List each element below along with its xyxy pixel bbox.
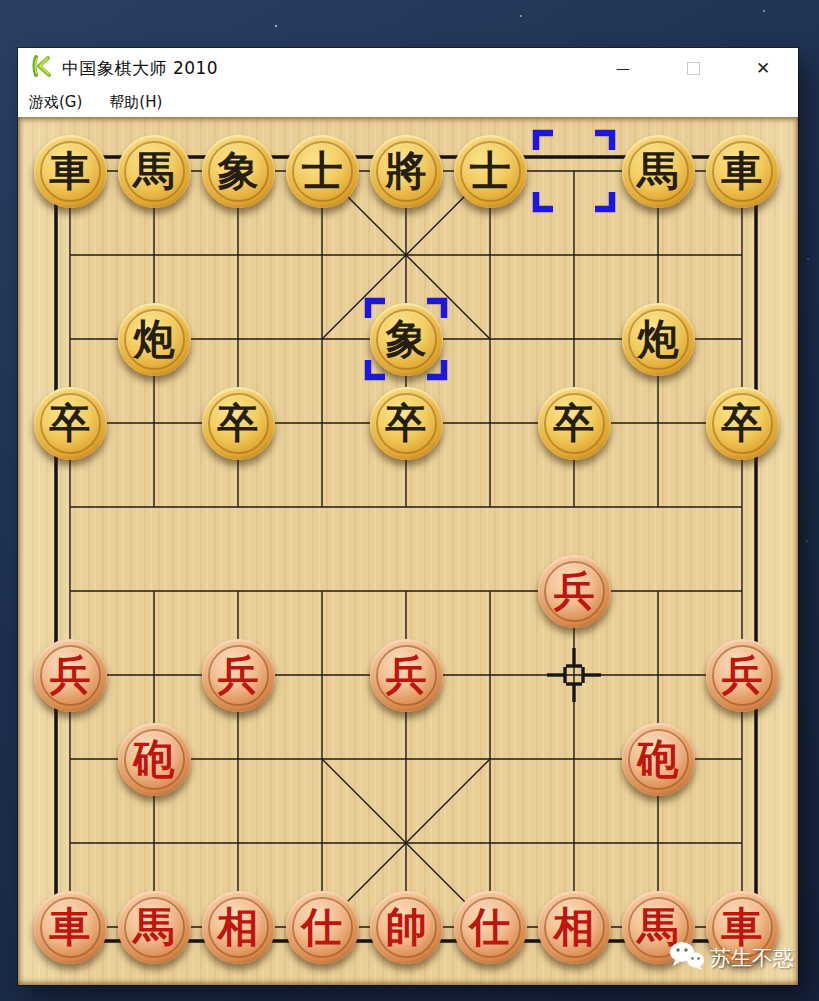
piece-red-horse[interactable]: 馬 [118, 891, 191, 964]
piece-red-elephant[interactable]: 相 [538, 891, 611, 964]
app-window: 中国象棋大师 2010 — ✕ 游戏(G) 帮助(H) [18, 48, 798, 985]
piece-black-soldier[interactable]: 卒 [538, 387, 611, 460]
menu-item-help[interactable]: 帮助(H) [109, 93, 162, 112]
maximize-button[interactable] [658, 48, 728, 88]
maximize-icon [687, 62, 700, 75]
piece-red-soldier[interactable]: 兵 [538, 555, 611, 628]
menu-item-game[interactable]: 游戏(G) [29, 93, 82, 112]
minimize-button[interactable]: — [588, 48, 658, 88]
piece-black-horse[interactable]: 馬 [118, 135, 191, 208]
piece-black-horse[interactable]: 馬 [622, 135, 695, 208]
board-grid [18, 117, 798, 985]
last-move-destination-marker [364, 297, 448, 385]
piece-red-advisor[interactable]: 仕 [286, 891, 359, 964]
piece-black-soldier[interactable]: 卒 [706, 387, 779, 460]
app-icon [31, 55, 53, 81]
piece-red-elephant[interactable]: 相 [202, 891, 275, 964]
desktop-stars [0, 0, 2, 2]
piece-red-cannon[interactable]: 砲 [118, 723, 191, 796]
watermark-text: 苏生不惑 [710, 944, 794, 972]
window-controls: — ✕ [588, 48, 798, 88]
piece-black-soldier[interactable]: 卒 [202, 387, 275, 460]
piece-black-elephant[interactable]: 象 [202, 135, 275, 208]
close-button[interactable]: ✕ [728, 48, 798, 88]
app-title: 中国象棋大师 2010 [62, 57, 218, 80]
xiangqi-board[interactable]: 苏生不惑 車馬象士將士馬車炮象炮卒卒卒卒卒兵兵兵兵兵砲砲車馬相仕帥仕相馬車 [18, 117, 798, 985]
piece-black-soldier[interactable]: 卒 [34, 387, 107, 460]
piece-red-advisor[interactable]: 仕 [454, 891, 527, 964]
menu-bar: 游戏(G) 帮助(H) [18, 88, 798, 117]
watermark: 苏生不惑 [669, 941, 794, 975]
piece-black-cannon[interactable]: 炮 [118, 303, 191, 376]
piece-red-soldier[interactable]: 兵 [202, 639, 275, 712]
piece-red-soldier[interactable]: 兵 [370, 639, 443, 712]
piece-black-advisor[interactable]: 士 [286, 135, 359, 208]
piece-black-general[interactable]: 將 [370, 135, 443, 208]
piece-red-cannon[interactable]: 砲 [622, 723, 695, 796]
piece-red-general[interactable]: 帥 [370, 891, 443, 964]
last-move-source-marker [532, 129, 616, 217]
piece-black-chariot[interactable]: 車 [706, 135, 779, 208]
wechat-icon [669, 941, 705, 975]
piece-black-soldier[interactable]: 卒 [370, 387, 443, 460]
piece-red-soldier[interactable]: 兵 [34, 639, 107, 712]
title-bar[interactable]: 中国象棋大师 2010 — ✕ [18, 48, 798, 88]
piece-black-advisor[interactable]: 士 [454, 135, 527, 208]
piece-red-soldier[interactable]: 兵 [706, 639, 779, 712]
cursor-crosshair [544, 645, 604, 709]
piece-red-chariot[interactable]: 車 [34, 891, 107, 964]
piece-black-chariot[interactable]: 車 [34, 135, 107, 208]
piece-black-cannon[interactable]: 炮 [622, 303, 695, 376]
